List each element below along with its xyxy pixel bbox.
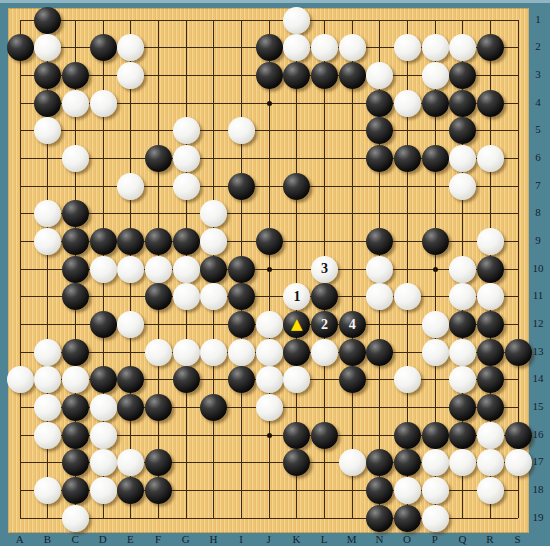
- black-stone: [145, 449, 172, 476]
- white-stone: [117, 173, 144, 200]
- white-stone: [283, 366, 310, 393]
- black-stone: [422, 145, 449, 172]
- black-stone: [449, 62, 476, 89]
- white-stone: [422, 34, 449, 61]
- white-stone: [422, 62, 449, 89]
- white-stone: 3: [311, 256, 338, 283]
- white-stone: [173, 283, 200, 310]
- column-label: F: [148, 533, 168, 546]
- black-stone: [477, 34, 504, 61]
- black-stone: [34, 7, 61, 34]
- black-stone: [62, 200, 89, 227]
- row-label: 13: [528, 345, 548, 359]
- black-stone: [256, 34, 283, 61]
- white-stone: [449, 145, 476, 172]
- row-label: 12: [528, 317, 548, 331]
- row-label: 19: [528, 511, 548, 525]
- row-label: 6: [528, 151, 548, 165]
- white-stone: [173, 256, 200, 283]
- white-stone: [62, 505, 89, 532]
- black-stone: [449, 90, 476, 117]
- white-stone: [62, 145, 89, 172]
- column-label: R: [480, 533, 500, 546]
- move-number: 4: [349, 318, 356, 332]
- white-stone: [394, 90, 421, 117]
- white-stone: [422, 505, 449, 532]
- black-stone: [62, 449, 89, 476]
- white-stone: [449, 449, 476, 476]
- row-label: 3: [528, 68, 548, 82]
- black-stone: [366, 449, 393, 476]
- black-stone: [366, 505, 393, 532]
- white-stone: [339, 449, 366, 476]
- black-stone: [7, 34, 34, 61]
- black-stone: [366, 477, 393, 504]
- black-stone: [256, 62, 283, 89]
- black-stone: [90, 228, 117, 255]
- white-stone: [477, 228, 504, 255]
- white-stone: [117, 449, 144, 476]
- black-stone: [339, 339, 366, 366]
- white-stone: [449, 256, 476, 283]
- black-stone: [394, 145, 421, 172]
- white-stone: [449, 366, 476, 393]
- column-label: J: [259, 533, 279, 546]
- black-stone: [90, 311, 117, 338]
- white-stone: [34, 366, 61, 393]
- black-stone: [449, 422, 476, 449]
- black-stone: [311, 283, 338, 310]
- black-stone: [283, 422, 310, 449]
- black-stone: [200, 394, 227, 421]
- white-stone: [200, 283, 227, 310]
- white-stone: [34, 228, 61, 255]
- star-point: [267, 101, 272, 106]
- black-stone: [62, 477, 89, 504]
- black-stone: [422, 422, 449, 449]
- black-stone: [228, 256, 255, 283]
- white-stone: [90, 477, 117, 504]
- white-stone: [62, 366, 89, 393]
- white-stone: [477, 145, 504, 172]
- white-stone: [34, 200, 61, 227]
- row-label: 2: [528, 40, 548, 54]
- black-stone: [228, 173, 255, 200]
- white-stone: [422, 477, 449, 504]
- star-point: [267, 433, 272, 438]
- black-stone: [311, 422, 338, 449]
- column-label: N: [369, 533, 389, 546]
- black-stone: [228, 283, 255, 310]
- black-stone: ▲: [283, 311, 310, 338]
- star-point: [267, 267, 272, 272]
- column-label: P: [425, 533, 445, 546]
- white-stone: [366, 62, 393, 89]
- white-stone: [256, 339, 283, 366]
- black-stone: [283, 449, 310, 476]
- white-stone: [34, 477, 61, 504]
- black-stone: [449, 311, 476, 338]
- black-stone: [449, 394, 476, 421]
- white-stone: [173, 117, 200, 144]
- grid-line-horizontal: [20, 296, 518, 297]
- white-stone: [117, 34, 144, 61]
- white-stone: [90, 90, 117, 117]
- black-stone: [422, 228, 449, 255]
- white-stone: [477, 422, 504, 449]
- white-stone: [145, 256, 172, 283]
- white-stone: [90, 422, 117, 449]
- white-stone: [339, 34, 366, 61]
- black-stone: [339, 366, 366, 393]
- black-stone: [228, 311, 255, 338]
- column-label: L: [314, 533, 334, 546]
- white-stone: [449, 339, 476, 366]
- white-stone: [283, 34, 310, 61]
- black-stone: [62, 228, 89, 255]
- row-label: 11: [528, 289, 548, 303]
- white-stone: [283, 7, 310, 34]
- black-stone: [477, 311, 504, 338]
- black-stone: [62, 256, 89, 283]
- column-label: O: [397, 533, 417, 546]
- black-stone: [422, 90, 449, 117]
- column-label: A: [10, 533, 30, 546]
- row-label: 17: [528, 455, 548, 469]
- column-label: D: [93, 533, 113, 546]
- black-stone: [366, 339, 393, 366]
- white-stone: [311, 34, 338, 61]
- black-stone: [366, 117, 393, 144]
- black-stone: [394, 449, 421, 476]
- white-stone: [256, 366, 283, 393]
- black-stone: [62, 339, 89, 366]
- black-stone: [173, 366, 200, 393]
- black-stone: [477, 90, 504, 117]
- white-stone: [173, 173, 200, 200]
- black-stone: 4: [339, 311, 366, 338]
- white-stone: [34, 34, 61, 61]
- black-stone: [117, 228, 144, 255]
- black-stone: [366, 228, 393, 255]
- black-stone: [34, 62, 61, 89]
- white-stone: [449, 173, 476, 200]
- white-stone: [228, 117, 255, 144]
- black-stone: [449, 117, 476, 144]
- row-label: 16: [528, 428, 548, 442]
- black-stone: [145, 394, 172, 421]
- white-stone: [394, 283, 421, 310]
- move-number: 2: [321, 318, 328, 332]
- triangle-marker: ▲: [291, 317, 303, 332]
- white-stone: [256, 311, 283, 338]
- white-stone: [90, 449, 117, 476]
- black-stone: [283, 62, 310, 89]
- white-stone: [34, 117, 61, 144]
- white-stone: [366, 256, 393, 283]
- black-stone: 2: [311, 311, 338, 338]
- grid-line-vertical: [352, 20, 353, 518]
- column-label: K: [286, 533, 306, 546]
- black-stone: [145, 477, 172, 504]
- white-stone: [422, 339, 449, 366]
- move-number: 1: [293, 290, 300, 304]
- white-stone: [200, 228, 227, 255]
- star-point: [433, 267, 438, 272]
- black-stone: [228, 366, 255, 393]
- white-stone: [422, 311, 449, 338]
- column-label: G: [176, 533, 196, 546]
- white-stone: [366, 283, 393, 310]
- black-stone: [62, 394, 89, 421]
- white-stone: [62, 90, 89, 117]
- black-stone: [477, 339, 504, 366]
- row-label: 5: [528, 123, 548, 137]
- row-label: 14: [528, 372, 548, 386]
- black-stone: [145, 228, 172, 255]
- white-stone: [117, 256, 144, 283]
- row-label: 10: [528, 262, 548, 276]
- row-label: 8: [528, 206, 548, 220]
- white-stone: [200, 339, 227, 366]
- white-stone: [228, 339, 255, 366]
- white-stone: [394, 477, 421, 504]
- black-stone: [477, 256, 504, 283]
- black-stone: [145, 283, 172, 310]
- white-stone: [477, 283, 504, 310]
- white-stone: [145, 339, 172, 366]
- white-stone: [117, 311, 144, 338]
- row-label: 9: [528, 234, 548, 248]
- white-stone: [477, 477, 504, 504]
- goban[interactable]: 31▲24: [8, 8, 529, 533]
- row-label: 7: [528, 179, 548, 193]
- black-stone: [394, 505, 421, 532]
- black-stone: [90, 366, 117, 393]
- white-stone: [173, 145, 200, 172]
- white-stone: [256, 394, 283, 421]
- black-stone: [173, 228, 200, 255]
- black-stone: [62, 62, 89, 89]
- black-stone: [34, 90, 61, 117]
- black-stone: [394, 422, 421, 449]
- white-stone: [311, 339, 338, 366]
- white-stone: [200, 200, 227, 227]
- white-stone: [90, 256, 117, 283]
- white-stone: [394, 366, 421, 393]
- white-stone: [477, 449, 504, 476]
- column-label: I: [231, 533, 251, 546]
- black-stone: [62, 283, 89, 310]
- white-stone: [422, 449, 449, 476]
- column-label: B: [37, 533, 57, 546]
- black-stone: [256, 228, 283, 255]
- black-stone: [366, 90, 393, 117]
- go-diagram: 31▲24 ABCDEFGHIJKLMNOPQRS 12345678910111…: [0, 0, 550, 546]
- row-label: 1: [528, 13, 548, 27]
- row-label: 4: [528, 96, 548, 110]
- column-label: S: [508, 533, 528, 546]
- black-stone: [283, 339, 310, 366]
- row-label: 15: [528, 400, 548, 414]
- column-label: E: [120, 533, 140, 546]
- black-stone: [90, 34, 117, 61]
- column-label: M: [342, 533, 362, 546]
- black-stone: [62, 422, 89, 449]
- black-stone: [117, 366, 144, 393]
- white-stone: [90, 394, 117, 421]
- column-label: C: [65, 533, 85, 546]
- black-stone: [311, 62, 338, 89]
- move-number: 3: [321, 262, 328, 276]
- black-stone: [366, 145, 393, 172]
- white-stone: [173, 339, 200, 366]
- black-stone: [477, 394, 504, 421]
- column-label: H: [203, 533, 223, 546]
- black-stone: [117, 394, 144, 421]
- row-label: 18: [528, 483, 548, 497]
- black-stone: [283, 173, 310, 200]
- white-stone: [34, 422, 61, 449]
- white-stone: [449, 283, 476, 310]
- white-stone: [34, 394, 61, 421]
- white-stone: [117, 62, 144, 89]
- white-stone: 1: [283, 283, 310, 310]
- white-stone: [7, 366, 34, 393]
- column-label: Q: [452, 533, 472, 546]
- white-stone: [449, 34, 476, 61]
- black-stone: [145, 145, 172, 172]
- black-stone: [200, 256, 227, 283]
- black-stone: [477, 366, 504, 393]
- black-stone: [117, 477, 144, 504]
- white-stone: [34, 339, 61, 366]
- white-stone: [394, 34, 421, 61]
- black-stone: [339, 62, 366, 89]
